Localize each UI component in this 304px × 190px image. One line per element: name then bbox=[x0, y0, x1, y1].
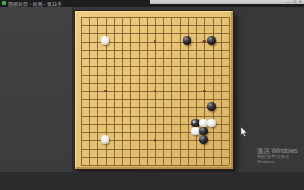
maximize-button[interactable]: □ bbox=[293, 0, 295, 4]
star-point bbox=[203, 90, 206, 93]
grid-line-v bbox=[180, 17, 181, 165]
stone-black bbox=[199, 135, 208, 144]
grid-line-h bbox=[81, 99, 229, 100]
annotation-arrow-icon: → bbox=[200, 38, 205, 43]
side-panel bbox=[0, 7, 73, 172]
windows-activation-watermark: 激活 Windows 转到“设置”以激活 Windows。 bbox=[257, 147, 304, 164]
grid-line-v bbox=[229, 17, 230, 165]
grid-line-v bbox=[171, 17, 172, 165]
minimize-button[interactable]: — bbox=[286, 0, 290, 4]
stone-white bbox=[101, 36, 110, 45]
window-title: 围棋对弈 - 对局 - 第11手 bbox=[8, 1, 62, 7]
star-point bbox=[104, 90, 107, 93]
grid-line-h bbox=[81, 157, 229, 158]
close-button[interactable]: ✕ bbox=[299, 0, 302, 4]
grid-line-h bbox=[81, 165, 229, 166]
stone-black bbox=[207, 102, 216, 111]
grid-line-v bbox=[196, 17, 197, 165]
grid-line-h bbox=[81, 116, 229, 117]
app-icon bbox=[2, 1, 6, 5]
last-move-marker bbox=[193, 121, 196, 123]
star-point bbox=[154, 90, 157, 93]
title-bar-right: — □ ✕ bbox=[150, 0, 304, 4]
go-board[interactable]: → bbox=[74, 10, 234, 170]
grid-line-v bbox=[221, 17, 222, 165]
grid-line-v bbox=[163, 17, 164, 165]
watermark-title: 激活 Windows bbox=[257, 147, 304, 154]
grid-line-h bbox=[81, 149, 229, 150]
stone-black bbox=[183, 36, 192, 45]
stone-black bbox=[207, 36, 216, 45]
mouse-cursor-icon bbox=[241, 123, 248, 141]
watermark-subtitle: 转到“设置”以激活 Windows。 bbox=[257, 154, 304, 164]
stone-white bbox=[101, 135, 110, 144]
stone-white bbox=[207, 119, 216, 128]
toolbar: 播放 暂停 确定 对局模式 ▼ 上一手 下一手 最后 bbox=[0, 172, 304, 190]
star-point bbox=[154, 40, 157, 43]
star-point bbox=[154, 139, 157, 142]
